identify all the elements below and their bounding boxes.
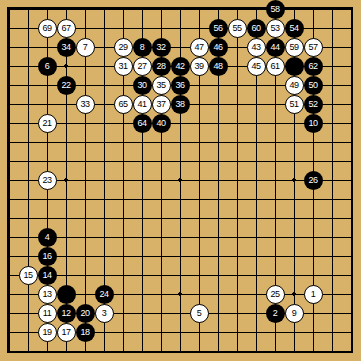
move-number: 61 [270, 62, 279, 71]
stone-white-67: 67 [57, 19, 76, 38]
stone-white-1: 1 [304, 285, 323, 304]
stone-black-8: 8 [133, 38, 152, 57]
stone-black-52: 52 [304, 95, 323, 114]
stone-black-16: 16 [38, 247, 57, 266]
move-number: 51 [289, 100, 298, 109]
move-number: 54 [289, 24, 298, 33]
move-number: 36 [175, 81, 184, 90]
stone-black-18: 18 [76, 323, 95, 342]
stone-black-34: 34 [57, 38, 76, 57]
stone-black-50: 50 [304, 76, 323, 95]
move-number: 22 [61, 81, 70, 90]
stone-white-57: 57 [304, 38, 323, 57]
stone-white-5: 5 [190, 304, 209, 323]
move-number: 9 [292, 309, 297, 318]
stone-white-49: 49 [285, 76, 304, 95]
stone-white-59: 59 [285, 38, 304, 57]
move-number: 64 [137, 119, 146, 128]
stone-black-62: 62 [304, 57, 323, 76]
stone-white-25: 25 [266, 285, 285, 304]
stone-black-20: 20 [76, 304, 95, 323]
stone-white-13: 13 [38, 285, 57, 304]
stone-black-46: 46 [209, 38, 228, 57]
move-number: 56 [213, 24, 222, 33]
move-number: 3 [102, 309, 107, 318]
move-number: 11 [43, 309, 52, 318]
stone-black-48: 48 [209, 57, 228, 76]
move-number: 7 [83, 43, 88, 52]
move-number: 17 [61, 328, 70, 337]
stone-white-37: 37 [152, 95, 171, 114]
stone-black-36: 36 [171, 76, 190, 95]
handicap-stone-black [57, 285, 76, 304]
stone-black-58: 58 [266, 0, 285, 19]
move-number: 16 [42, 252, 51, 261]
move-number: 38 [175, 100, 184, 109]
stone-black-64: 64 [133, 114, 152, 133]
move-number: 25 [270, 290, 279, 299]
stone-black-22: 22 [57, 76, 76, 95]
move-number: 15 [23, 271, 32, 280]
stone-black-56: 56 [209, 19, 228, 38]
move-number: 65 [118, 100, 127, 109]
move-number: 55 [232, 24, 241, 33]
move-number: 23 [42, 176, 51, 185]
handicap-stone-black [285, 57, 304, 76]
move-number: 69 [42, 24, 51, 33]
move-number: 44 [270, 43, 279, 52]
stone-white-51: 51 [285, 95, 304, 114]
move-number: 53 [270, 24, 279, 33]
move-number: 60 [251, 24, 260, 33]
stone-white-27: 27 [133, 57, 152, 76]
stone-white-69: 69 [38, 19, 57, 38]
stone-white-41: 41 [133, 95, 152, 114]
move-number: 21 [42, 119, 51, 128]
move-number: 2 [273, 309, 278, 318]
move-number: 34 [61, 43, 70, 52]
move-number: 30 [137, 81, 146, 90]
stone-white-29: 29 [114, 38, 133, 57]
move-number: 14 [42, 271, 51, 280]
stone-black-28: 28 [152, 57, 171, 76]
stone-black-6: 6 [38, 57, 57, 76]
stone-black-44: 44 [266, 38, 285, 57]
move-number: 59 [289, 43, 298, 52]
move-number: 6 [45, 62, 50, 71]
stone-white-61: 61 [266, 57, 285, 76]
stone-black-30: 30 [133, 76, 152, 95]
move-number: 12 [61, 309, 70, 318]
move-number: 45 [251, 62, 260, 71]
move-number: 20 [80, 309, 89, 318]
stone-black-26: 26 [304, 171, 323, 190]
move-number: 28 [156, 62, 165, 71]
stone-black-4: 4 [38, 228, 57, 247]
move-number: 19 [42, 328, 51, 337]
stone-black-40: 40 [152, 114, 171, 133]
move-number: 39 [194, 62, 203, 71]
stone-white-55: 55 [228, 19, 247, 38]
move-number: 41 [137, 100, 146, 109]
stone-white-19: 19 [38, 323, 57, 342]
move-number: 31 [118, 62, 127, 71]
stone-white-65: 65 [114, 95, 133, 114]
move-number: 57 [308, 43, 317, 52]
move-number: 47 [194, 43, 203, 52]
move-number: 32 [156, 43, 165, 52]
move-number: 50 [308, 81, 317, 90]
stone-white-53: 53 [266, 19, 285, 38]
stone-black-2: 2 [266, 304, 285, 323]
move-number: 26 [308, 176, 317, 185]
move-number: 1 [311, 290, 316, 299]
stone-white-33: 33 [76, 95, 95, 114]
move-number: 46 [213, 43, 222, 52]
move-number: 29 [118, 43, 127, 52]
stone-white-45: 45 [247, 57, 266, 76]
stone-black-38: 38 [171, 95, 190, 114]
stone-white-39: 39 [190, 57, 209, 76]
stone-black-24: 24 [95, 285, 114, 304]
stone-white-15: 15 [19, 266, 38, 285]
move-number: 5 [197, 309, 202, 318]
move-number: 13 [42, 290, 51, 299]
stone-black-42: 42 [171, 57, 190, 76]
stone-white-9: 9 [285, 304, 304, 323]
move-number: 27 [137, 62, 146, 71]
move-number: 62 [308, 62, 317, 71]
move-number: 48 [213, 62, 222, 71]
stone-white-47: 47 [190, 38, 209, 57]
go-board: 1234567891011121314151617181920212223242… [0, 0, 361, 361]
go-board-grid[interactable]: 1234567891011121314151617181920212223242… [0, 0, 361, 361]
move-number: 33 [80, 100, 89, 109]
stone-white-31: 31 [114, 57, 133, 76]
stone-white-21: 21 [38, 114, 57, 133]
stone-white-11: 11 [38, 304, 57, 323]
stone-black-12: 12 [57, 304, 76, 323]
stone-white-3: 3 [95, 304, 114, 323]
move-number: 58 [270, 5, 279, 14]
stone-black-54: 54 [285, 19, 304, 38]
move-number: 49 [289, 81, 298, 90]
move-number: 43 [251, 43, 260, 52]
move-number: 67 [61, 24, 70, 33]
stone-black-14: 14 [38, 266, 57, 285]
move-number: 37 [156, 100, 165, 109]
stone-white-35: 35 [152, 76, 171, 95]
stone-black-32: 32 [152, 38, 171, 57]
move-number: 42 [175, 62, 184, 71]
stone-white-23: 23 [38, 171, 57, 190]
move-number: 52 [308, 100, 317, 109]
move-number: 18 [80, 328, 89, 337]
stone-black-10: 10 [304, 114, 323, 133]
move-number: 24 [99, 290, 108, 299]
move-number: 40 [156, 119, 165, 128]
stone-white-17: 17 [57, 323, 76, 342]
stone-white-43: 43 [247, 38, 266, 57]
move-number: 10 [308, 119, 317, 128]
move-number: 35 [156, 81, 165, 90]
stone-white-7: 7 [76, 38, 95, 57]
move-number: 4 [45, 233, 50, 242]
stone-black-60: 60 [247, 19, 266, 38]
move-number: 8 [140, 43, 145, 52]
